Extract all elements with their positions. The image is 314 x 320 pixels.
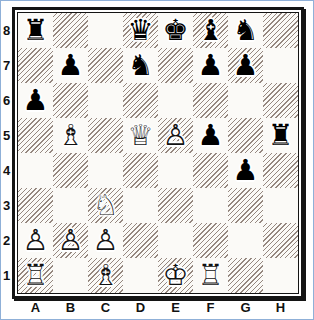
square-a1: ♖ [18,258,53,293]
square-h7 [263,48,298,83]
piece-br-a8: ♜ [23,13,49,48]
file-label-g: G [228,300,263,315]
chess-board: ♜♛♚♝♞♟♞♟♟♟♗♕♙♟♜♟♘♙♙♙♖♗♔♖ [18,13,298,293]
piece-bn-d7: ♞ [128,48,154,83]
square-g6 [228,83,263,118]
piece-wp-a2: ♙ [23,223,49,258]
square-e8: ♚ [158,13,193,48]
piece-br-h5: ♜ [268,118,294,153]
piece-bp-f7: ♟ [198,48,224,83]
square-d2 [123,223,158,258]
square-h3 [263,188,298,223]
square-a2: ♙ [18,223,53,258]
square-h5: ♜ [263,118,298,153]
piece-wr-a1: ♖ [23,258,49,293]
square-d6 [123,83,158,118]
square-d3 [123,188,158,223]
rank-label-7: 7 [1,48,12,83]
piece-wq-d5: ♕ [128,118,154,153]
rank-label-3: 3 [1,188,12,223]
square-h2 [263,223,298,258]
piece-wr-f1: ♖ [198,258,224,293]
piece-wp-b2: ♙ [58,223,84,258]
piece-bp-b7: ♟ [58,48,84,83]
board-inner-border: ♜♛♚♝♞♟♞♟♟♟♗♕♙♟♜♟♘♙♙♙♖♗♔♖ [17,12,299,294]
square-e1: ♔ [158,258,193,293]
square-f6 [193,83,228,118]
file-label-c: C [88,300,123,315]
piece-wn-c3: ♘ [93,188,119,223]
square-c4 [88,153,123,188]
square-f1: ♖ [193,258,228,293]
rank-label-1: 1 [1,258,12,293]
piece-wp-c2: ♙ [93,223,119,258]
square-d7: ♞ [123,48,158,83]
square-b8 [53,13,88,48]
square-e5: ♙ [158,118,193,153]
file-label-f: F [193,300,228,315]
square-e6 [158,83,193,118]
square-b7: ♟ [53,48,88,83]
rank-label-2: 2 [1,223,12,258]
piece-bb-f8: ♝ [198,13,224,48]
square-g8: ♞ [228,13,263,48]
square-c7 [88,48,123,83]
piece-bp-g4: ♟ [233,153,259,188]
square-b4 [53,153,88,188]
square-b3 [53,188,88,223]
square-d5: ♕ [123,118,158,153]
square-c1: ♗ [88,258,123,293]
square-f8: ♝ [193,13,228,48]
square-d8: ♛ [123,13,158,48]
square-e2 [158,223,193,258]
piece-wb-b5: ♗ [58,118,84,153]
piece-bp-f5: ♟ [198,118,224,153]
square-g1 [228,258,263,293]
square-f4 [193,153,228,188]
board-frame: ♜♛♚♝♞♟♞♟♟♟♗♕♙♟♜♟♘♙♙♙♖♗♔♖ [12,7,304,299]
square-b1 [53,258,88,293]
piece-bq-d8: ♛ [128,13,154,48]
square-a6: ♟ [18,83,53,118]
square-h8 [263,13,298,48]
piece-bk-e8: ♚ [163,13,189,48]
square-a8: ♜ [18,13,53,48]
square-f5: ♟ [193,118,228,153]
square-d4 [123,153,158,188]
file-label-h: H [263,300,298,315]
square-c6 [88,83,123,118]
square-g3 [228,188,263,223]
file-label-e: E [158,300,193,315]
square-b2: ♙ [53,223,88,258]
rank-label-6: 6 [1,83,12,118]
piece-bp-g7: ♟ [233,48,259,83]
rank-labels: 87654321 [1,13,12,293]
square-c5 [88,118,123,153]
square-c8 [88,13,123,48]
piece-wb-c1: ♗ [93,258,119,293]
square-e3 [158,188,193,223]
square-e7 [158,48,193,83]
square-c2: ♙ [88,223,123,258]
square-g2 [228,223,263,258]
square-a3 [18,188,53,223]
piece-wk-e1: ♔ [163,258,189,293]
square-h6 [263,83,298,118]
square-f3 [193,188,228,223]
file-label-b: B [53,300,88,315]
piece-bp-a6: ♟ [23,83,49,118]
square-d1 [123,258,158,293]
square-e4 [158,153,193,188]
square-b5: ♗ [53,118,88,153]
square-g7: ♟ [228,48,263,83]
square-f2 [193,223,228,258]
square-c3: ♘ [88,188,123,223]
file-labels: ABCDEFGH [18,300,298,315]
square-g4: ♟ [228,153,263,188]
piece-bn-g8: ♞ [233,13,259,48]
square-a4 [18,153,53,188]
chess-diagram-image: 87654321 ♜♛♚♝♞♟♞♟♟♟♗♕♙♟♜♟♘♙♙♙♖♗♔♖ ABCDEF… [0,0,314,320]
square-f7: ♟ [193,48,228,83]
rank-label-5: 5 [1,118,12,153]
square-h4 [263,153,298,188]
square-a7 [18,48,53,83]
file-label-a: A [18,300,53,315]
file-label-d: D [123,300,158,315]
piece-wp-e5: ♙ [163,118,189,153]
square-a5 [18,118,53,153]
rank-label-8: 8 [1,13,12,48]
square-b6 [53,83,88,118]
square-g5 [228,118,263,153]
rank-label-4: 4 [1,153,12,188]
square-h1 [263,258,298,293]
